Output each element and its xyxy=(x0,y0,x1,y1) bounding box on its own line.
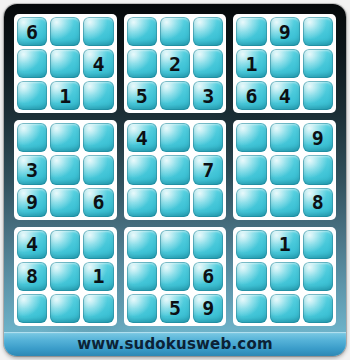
sudoku-box-4: 396 xyxy=(14,120,117,219)
cell-r9c7[interactable] xyxy=(236,294,266,323)
cell-r3c5[interactable] xyxy=(160,81,190,110)
cell-r1c9[interactable] xyxy=(303,17,333,46)
cell-value: 4 xyxy=(26,234,38,254)
cell-r2c4[interactable] xyxy=(127,49,157,78)
cell-r7c9[interactable] xyxy=(303,230,333,259)
cell-r5c7[interactable] xyxy=(236,155,266,184)
cell-r4c9[interactable]: 9 xyxy=(303,123,333,152)
cell-value: 2 xyxy=(169,54,181,74)
cell-r6c3[interactable]: 6 xyxy=(83,188,113,217)
sudoku-box-8: 659 xyxy=(124,227,227,326)
cell-r8c3[interactable]: 1 xyxy=(83,262,113,291)
cell-r6c6[interactable] xyxy=(193,188,223,217)
cell-r3c2[interactable]: 1 xyxy=(50,81,80,110)
cell-r4c4[interactable]: 4 xyxy=(127,123,157,152)
cell-r2c5[interactable]: 2 xyxy=(160,49,190,78)
cell-r3c3[interactable] xyxy=(83,81,113,110)
cell-r1c4[interactable] xyxy=(127,17,157,46)
cell-r2c3[interactable]: 4 xyxy=(83,49,113,78)
cell-r6c1[interactable]: 9 xyxy=(17,188,47,217)
cell-r7c6[interactable] xyxy=(193,230,223,259)
cell-r4c7[interactable] xyxy=(236,123,266,152)
cell-value: 5 xyxy=(136,86,148,106)
cell-r9c2[interactable] xyxy=(50,294,80,323)
cell-r1c3[interactable] xyxy=(83,17,113,46)
cell-r8c1[interactable]: 8 xyxy=(17,262,47,291)
sudoku-card: 641253916439647984816591 www.sudokusweb.… xyxy=(4,4,346,356)
sudoku-box-9: 1 xyxy=(233,227,336,326)
cell-r3c8[interactable]: 4 xyxy=(270,81,300,110)
cell-r4c1[interactable] xyxy=(17,123,47,152)
cell-r9c6[interactable]: 9 xyxy=(193,294,223,323)
cell-r8c7[interactable] xyxy=(236,262,266,291)
cell-value: 1 xyxy=(245,54,257,74)
sudoku-box-5: 47 xyxy=(124,120,227,219)
cell-r9c1[interactable] xyxy=(17,294,47,323)
cell-r9c3[interactable] xyxy=(83,294,113,323)
sudoku-box-1: 641 xyxy=(14,14,117,113)
cell-r4c3[interactable] xyxy=(83,123,113,152)
cell-value: 6 xyxy=(93,192,105,212)
cell-r6c2[interactable] xyxy=(50,188,80,217)
cell-value: 4 xyxy=(136,128,148,148)
cell-r2c8[interactable] xyxy=(270,49,300,78)
cell-r3c1[interactable] xyxy=(17,81,47,110)
cell-r2c9[interactable] xyxy=(303,49,333,78)
cell-r7c1[interactable]: 4 xyxy=(17,230,47,259)
sudoku-board: 641253916439647984816591 xyxy=(14,14,336,326)
cell-r6c4[interactable] xyxy=(127,188,157,217)
cell-r7c2[interactable] xyxy=(50,230,80,259)
cell-r5c9[interactable] xyxy=(303,155,333,184)
cell-r6c7[interactable] xyxy=(236,188,266,217)
cell-r1c7[interactable] xyxy=(236,17,266,46)
cell-value: 1 xyxy=(59,86,71,106)
cell-r5c6[interactable]: 7 xyxy=(193,155,223,184)
cell-r3c7[interactable]: 6 xyxy=(236,81,266,110)
cell-r8c4[interactable] xyxy=(127,262,157,291)
cell-r7c7[interactable] xyxy=(236,230,266,259)
cell-r9c9[interactable] xyxy=(303,294,333,323)
site-url: www.sudokusweb.com xyxy=(77,335,272,353)
cell-r4c8[interactable] xyxy=(270,123,300,152)
cell-r7c5[interactable] xyxy=(160,230,190,259)
cell-r7c4[interactable] xyxy=(127,230,157,259)
cell-r8c8[interactable] xyxy=(270,262,300,291)
cell-r2c7[interactable]: 1 xyxy=(236,49,266,78)
cell-value: 9 xyxy=(279,22,291,42)
cell-r1c8[interactable]: 9 xyxy=(270,17,300,46)
cell-r2c1[interactable] xyxy=(17,49,47,78)
cell-value: 9 xyxy=(26,192,38,212)
sudoku-box-7: 481 xyxy=(14,227,117,326)
sudoku-box-3: 9164 xyxy=(233,14,336,113)
cell-r9c8[interactable] xyxy=(270,294,300,323)
cell-value: 4 xyxy=(279,86,291,106)
cell-r4c6[interactable] xyxy=(193,123,223,152)
sudoku-box-6: 98 xyxy=(233,120,336,219)
cell-r2c2[interactable] xyxy=(50,49,80,78)
cell-r8c6[interactable]: 6 xyxy=(193,262,223,291)
cell-r3c9[interactable] xyxy=(303,81,333,110)
cell-value: 8 xyxy=(312,192,324,212)
cell-value: 6 xyxy=(26,22,38,42)
cell-value: 6 xyxy=(245,86,257,106)
cell-r2c6[interactable] xyxy=(193,49,223,78)
cell-r9c5[interactable]: 5 xyxy=(160,294,190,323)
cell-r7c8[interactable]: 1 xyxy=(270,230,300,259)
cell-r4c2[interactable] xyxy=(50,123,80,152)
cell-r4c5[interactable] xyxy=(160,123,190,152)
cell-value: 9 xyxy=(312,128,324,148)
cell-r5c3[interactable] xyxy=(83,155,113,184)
cell-r5c5[interactable] xyxy=(160,155,190,184)
cell-value: 8 xyxy=(26,266,38,286)
cell-r6c5[interactable] xyxy=(160,188,190,217)
cell-value: 7 xyxy=(202,160,214,180)
cell-value: 3 xyxy=(202,86,214,106)
cell-r6c9[interactable]: 8 xyxy=(303,188,333,217)
cell-r5c1[interactable]: 3 xyxy=(17,155,47,184)
cell-value: 4 xyxy=(93,54,105,74)
cell-r5c2[interactable] xyxy=(50,155,80,184)
cell-r8c9[interactable] xyxy=(303,262,333,291)
cell-r5c4[interactable] xyxy=(127,155,157,184)
cell-r9c4[interactable] xyxy=(127,294,157,323)
cell-value: 6 xyxy=(202,266,214,286)
cell-r5c8[interactable] xyxy=(270,155,300,184)
cell-r1c1[interactable]: 6 xyxy=(17,17,47,46)
cell-r6c8[interactable] xyxy=(270,188,300,217)
cell-r7c3[interactable] xyxy=(83,230,113,259)
cell-r8c2[interactable] xyxy=(50,262,80,291)
cell-r1c5[interactable] xyxy=(160,17,190,46)
cell-r1c2[interactable] xyxy=(50,17,80,46)
sudoku-box-2: 253 xyxy=(124,14,227,113)
cell-r3c4[interactable]: 5 xyxy=(127,81,157,110)
cell-r8c5[interactable] xyxy=(160,262,190,291)
cell-value: 5 xyxy=(169,298,181,318)
cell-value: 1 xyxy=(279,234,291,254)
cell-r1c6[interactable] xyxy=(193,17,223,46)
cell-r3c6[interactable]: 3 xyxy=(193,81,223,110)
cell-value: 3 xyxy=(26,160,38,180)
footer-bar: www.sudokusweb.com xyxy=(4,332,346,356)
cell-value: 9 xyxy=(202,298,214,318)
cell-value: 1 xyxy=(93,266,105,286)
